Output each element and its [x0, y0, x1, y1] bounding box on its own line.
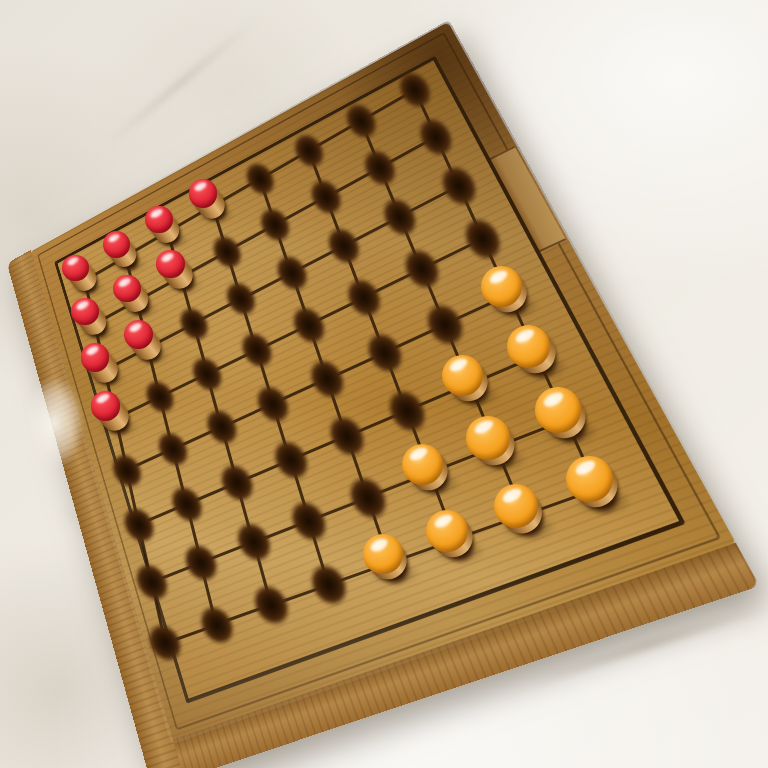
paint-gloss-highlight — [473, 418, 495, 437]
peg-hole[interactable] — [233, 324, 281, 375]
peg-hole[interactable] — [286, 127, 332, 176]
peg-hole[interactable] — [338, 270, 390, 325]
paint-gloss-highlight — [573, 458, 597, 478]
peg-top-yellow — [426, 510, 468, 552]
paint-gloss-highlight — [161, 251, 176, 263]
peg-top-red — [189, 179, 218, 208]
peg-hole[interactable] — [378, 381, 435, 442]
peg-top-yellow — [507, 325, 550, 368]
peg-hole[interactable] — [162, 478, 211, 530]
peg-lattice — [0, 0, 768, 768]
paint-gloss-highlight — [193, 181, 208, 193]
peg-top-yellow — [466, 416, 509, 459]
paint-gloss-highlight — [501, 486, 524, 505]
paint-gloss-highlight — [95, 392, 110, 405]
peg-top-yellow — [363, 534, 403, 574]
peg-hole[interactable] — [139, 616, 190, 670]
peg-top-red — [145, 206, 173, 234]
paint-gloss-highlight — [76, 299, 90, 311]
peg-hole[interactable] — [267, 248, 315, 299]
peg-top-yellow — [535, 387, 580, 432]
photo-layer — [0, 0, 768, 768]
peg-top-red — [113, 275, 141, 303]
peg-hole[interactable] — [395, 240, 449, 298]
paint-gloss-highlight — [117, 276, 131, 288]
peg-top-yellow — [402, 444, 443, 485]
peg-hole[interactable] — [104, 446, 150, 495]
peg-hole[interactable] — [319, 219, 369, 272]
paint-gloss-highlight — [149, 207, 163, 219]
paint-gloss-highlight — [514, 327, 536, 345]
photo-scene — [0, 0, 768, 768]
peg-hole[interactable] — [302, 172, 350, 223]
paint-gloss-highlight — [433, 512, 455, 530]
paint-gloss-highlight — [369, 536, 390, 553]
peg-hole[interactable] — [204, 228, 249, 275]
peg-top-yellow — [494, 484, 538, 528]
peg-hole[interactable] — [284, 298, 334, 351]
peg-hole[interactable] — [198, 401, 247, 453]
peg-top-red — [81, 343, 110, 372]
peg-hole[interactable] — [227, 514, 280, 570]
peg-hole[interactable] — [171, 300, 216, 348]
peg-hole[interactable] — [176, 536, 227, 590]
paint-gloss-highlight — [66, 256, 80, 267]
peg-hole[interactable] — [138, 373, 183, 421]
peg-top-yellow — [442, 355, 483, 396]
peg-hole[interactable] — [301, 555, 357, 614]
peg-top-red — [91, 391, 121, 421]
peg-hole[interactable] — [126, 555, 176, 608]
peg-hole[interactable] — [417, 295, 474, 356]
peg-top-red — [103, 231, 130, 258]
peg-hole[interactable] — [150, 424, 197, 474]
paint-gloss-highlight — [448, 357, 469, 375]
peg-hole[interactable] — [432, 158, 486, 216]
peg-top-yellow — [566, 456, 612, 502]
peg-hole[interactable] — [301, 351, 353, 407]
peg-hole[interactable] — [357, 324, 412, 382]
peg-hole[interactable] — [390, 64, 440, 117]
peg-top-red — [124, 320, 153, 349]
peg-hole[interactable] — [355, 141, 405, 194]
peg-hole[interactable] — [410, 109, 462, 164]
peg-hole[interactable] — [337, 96, 385, 147]
peg-hole[interactable] — [455, 209, 512, 269]
peg-hole[interactable] — [218, 275, 265, 324]
peg-hole[interactable] — [264, 432, 317, 488]
peg-hole[interactable] — [244, 577, 298, 634]
paint-gloss-highlight — [107, 232, 121, 244]
paint-gloss-highlight — [408, 446, 429, 464]
peg-hole[interactable] — [115, 499, 163, 550]
peg-hole[interactable] — [252, 201, 298, 250]
peg-hole[interactable] — [339, 467, 397, 528]
paint-gloss-highlight — [85, 345, 100, 357]
peg-hole[interactable] — [191, 597, 243, 652]
peg-hole[interactable] — [212, 456, 263, 510]
peg-hole[interactable] — [237, 156, 282, 203]
peg-hole[interactable] — [374, 189, 426, 244]
paint-gloss-highlight — [542, 389, 566, 408]
paint-gloss-highlight — [487, 268, 508, 286]
peg-hole[interactable] — [248, 377, 299, 431]
peg-hole[interactable] — [281, 491, 336, 550]
peg-hole[interactable] — [184, 349, 231, 399]
paint-gloss-highlight — [128, 322, 143, 334]
peg-hole[interactable] — [319, 407, 374, 465]
